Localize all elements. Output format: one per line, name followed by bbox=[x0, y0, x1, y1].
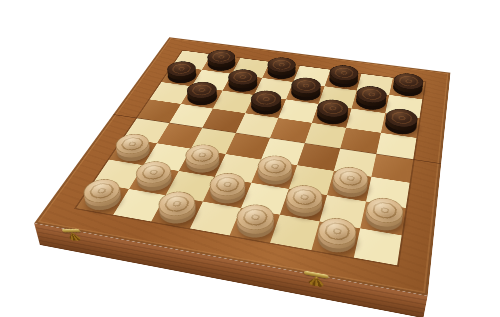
brass-clasp-right bbox=[303, 272, 331, 294]
square-f4[interactable] bbox=[297, 143, 340, 171]
square-g5[interactable] bbox=[340, 128, 381, 154]
square-h5[interactable] bbox=[376, 133, 416, 160]
product-photo-scene bbox=[0, 0, 500, 317]
clasp-fan-icon bbox=[67, 232, 82, 240]
square-f5[interactable] bbox=[305, 123, 346, 149]
board-frame bbox=[34, 37, 450, 296]
square-h1[interactable] bbox=[354, 228, 402, 265]
square-f1[interactable] bbox=[270, 215, 319, 250]
clasp-bar-icon bbox=[62, 229, 81, 233]
square-h4[interactable] bbox=[371, 154, 413, 183]
brass-clasp-left bbox=[62, 230, 89, 246]
square-e5[interactable] bbox=[270, 118, 312, 143]
checkers-board bbox=[34, 37, 450, 296]
